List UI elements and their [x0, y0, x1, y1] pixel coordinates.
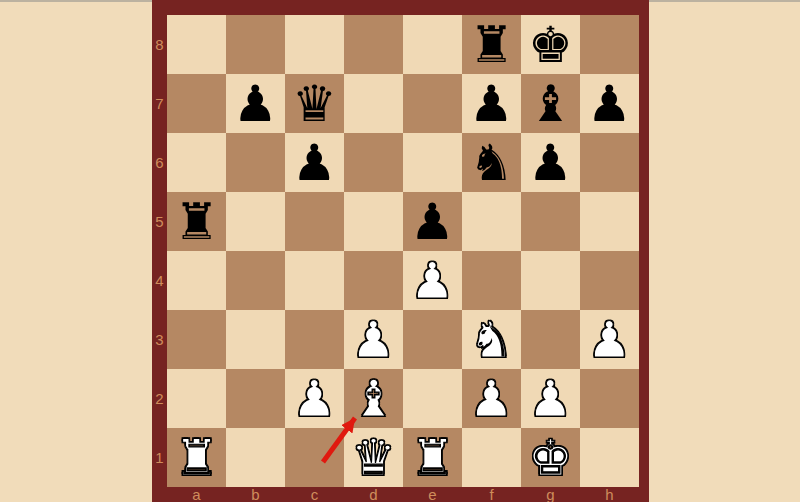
- square-a2[interactable]: [167, 369, 226, 428]
- square-g2[interactable]: ♟: [521, 369, 580, 428]
- chess-board[interactable]: ♜♚♟♛♟♝♟♟♞♟♜♟♟♟♞♟♟♝♟♟♜♛♜♚: [167, 15, 639, 487]
- square-h4[interactable]: [580, 251, 639, 310]
- square-d2[interactable]: ♝: [344, 369, 403, 428]
- square-f8[interactable]: ♜: [462, 15, 521, 74]
- square-f3[interactable]: ♞: [462, 310, 521, 369]
- square-h5[interactable]: [580, 192, 639, 251]
- black-pawn[interactable]: ♟: [410, 197, 455, 247]
- square-f7[interactable]: ♟: [462, 74, 521, 133]
- square-g5[interactable]: [521, 192, 580, 251]
- black-knight[interactable]: ♞: [469, 138, 514, 188]
- white-bishop[interactable]: ♝: [351, 374, 396, 424]
- square-e1[interactable]: ♜: [403, 428, 462, 487]
- square-d7[interactable]: [344, 74, 403, 133]
- square-f6[interactable]: ♞: [462, 133, 521, 192]
- square-b7[interactable]: ♟: [226, 74, 285, 133]
- black-pawn[interactable]: ♟: [292, 138, 337, 188]
- chess-board-frame: 87654321 ♜♚♟♛♟♝♟♟♞♟♜♟♟♟♞♟♟♝♟♟♜♛♜♚ abcdef…: [152, 0, 649, 502]
- square-b5[interactable]: [226, 192, 285, 251]
- rank-label-4: 4: [152, 251, 167, 310]
- square-b4[interactable]: [226, 251, 285, 310]
- square-c5[interactable]: [285, 192, 344, 251]
- black-queen[interactable]: ♛: [292, 79, 337, 129]
- square-c2[interactable]: ♟: [285, 369, 344, 428]
- rank-label-8: 8: [152, 15, 167, 74]
- square-e6[interactable]: [403, 133, 462, 192]
- black-rook[interactable]: ♜: [469, 20, 514, 70]
- square-h7[interactable]: ♟: [580, 74, 639, 133]
- file-label-c: c: [285, 487, 344, 502]
- square-h8[interactable]: [580, 15, 639, 74]
- square-e2[interactable]: [403, 369, 462, 428]
- rank-label-1: 1: [152, 428, 167, 487]
- black-pawn[interactable]: ♟: [469, 79, 514, 129]
- white-pawn[interactable]: ♟: [410, 256, 455, 306]
- square-a1[interactable]: ♜: [167, 428, 226, 487]
- square-g4[interactable]: [521, 251, 580, 310]
- black-rook[interactable]: ♜: [174, 197, 219, 247]
- square-g3[interactable]: [521, 310, 580, 369]
- black-bishop[interactable]: ♝: [528, 79, 573, 129]
- square-e5[interactable]: ♟: [403, 192, 462, 251]
- square-a7[interactable]: [167, 74, 226, 133]
- square-d4[interactable]: [344, 251, 403, 310]
- square-d5[interactable]: [344, 192, 403, 251]
- square-h1[interactable]: [580, 428, 639, 487]
- white-pawn[interactable]: ♟: [587, 315, 632, 365]
- rank-label-5: 5: [152, 192, 167, 251]
- square-h6[interactable]: [580, 133, 639, 192]
- rank-label-2: 2: [152, 369, 167, 428]
- square-c8[interactable]: [285, 15, 344, 74]
- square-c1[interactable]: [285, 428, 344, 487]
- white-queen[interactable]: ♛: [351, 433, 396, 483]
- rank-label-3: 3: [152, 310, 167, 369]
- square-f1[interactable]: [462, 428, 521, 487]
- square-g7[interactable]: ♝: [521, 74, 580, 133]
- square-c4[interactable]: [285, 251, 344, 310]
- black-king[interactable]: ♚: [528, 20, 573, 70]
- square-g8[interactable]: ♚: [521, 15, 580, 74]
- file-label-f: f: [462, 487, 521, 502]
- white-pawn[interactable]: ♟: [292, 374, 337, 424]
- file-label-g: g: [521, 487, 580, 502]
- square-b8[interactable]: [226, 15, 285, 74]
- square-d6[interactable]: [344, 133, 403, 192]
- file-label-b: b: [226, 487, 285, 502]
- square-a6[interactable]: [167, 133, 226, 192]
- file-labels: abcdefgh: [167, 487, 639, 502]
- square-d3[interactable]: ♟: [344, 310, 403, 369]
- square-g1[interactable]: ♚: [521, 428, 580, 487]
- rank-label-6: 6: [152, 133, 167, 192]
- black-pawn[interactable]: ♟: [528, 138, 573, 188]
- square-d8[interactable]: [344, 15, 403, 74]
- square-a5[interactable]: ♜: [167, 192, 226, 251]
- white-rook[interactable]: ♜: [174, 433, 219, 483]
- white-rook[interactable]: ♜: [410, 433, 455, 483]
- square-b3[interactable]: [226, 310, 285, 369]
- white-pawn[interactable]: ♟: [351, 315, 396, 365]
- square-d1[interactable]: ♛: [344, 428, 403, 487]
- square-b6[interactable]: [226, 133, 285, 192]
- square-a4[interactable]: [167, 251, 226, 310]
- square-f5[interactable]: [462, 192, 521, 251]
- square-e7[interactable]: [403, 74, 462, 133]
- square-e4[interactable]: ♟: [403, 251, 462, 310]
- white-pawn[interactable]: ♟: [528, 374, 573, 424]
- square-b2[interactable]: [226, 369, 285, 428]
- black-pawn[interactable]: ♟: [233, 79, 278, 129]
- square-b1[interactable]: [226, 428, 285, 487]
- file-label-h: h: [580, 487, 639, 502]
- square-f4[interactable]: [462, 251, 521, 310]
- square-c7[interactable]: ♛: [285, 74, 344, 133]
- rank-label-7: 7: [152, 74, 167, 133]
- square-f2[interactable]: ♟: [462, 369, 521, 428]
- square-a3[interactable]: [167, 310, 226, 369]
- square-h3[interactable]: ♟: [580, 310, 639, 369]
- square-e8[interactable]: [403, 15, 462, 74]
- white-pawn[interactable]: ♟: [469, 374, 514, 424]
- square-h2[interactable]: [580, 369, 639, 428]
- white-king[interactable]: ♚: [528, 433, 573, 483]
- square-c6[interactable]: ♟: [285, 133, 344, 192]
- rank-labels: 87654321: [152, 15, 167, 487]
- white-knight[interactable]: ♞: [469, 315, 514, 365]
- file-label-d: d: [344, 487, 403, 502]
- file-label-a: a: [167, 487, 226, 502]
- square-g6[interactable]: ♟: [521, 133, 580, 192]
- file-label-e: e: [403, 487, 462, 502]
- square-e3[interactable]: [403, 310, 462, 369]
- square-c3[interactable]: [285, 310, 344, 369]
- square-a8[interactable]: [167, 15, 226, 74]
- black-pawn[interactable]: ♟: [587, 79, 632, 129]
